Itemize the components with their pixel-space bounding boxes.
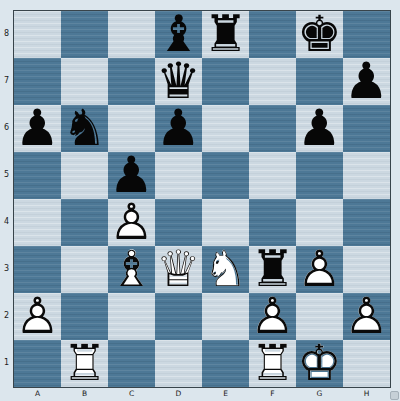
rank-label-3: 3 (1, 245, 12, 292)
square-f1[interactable]: ♜♖ (249, 340, 296, 387)
square-a6[interactable]: ♟ (14, 105, 61, 152)
white-pawn[interactable]: ♟♙ (14, 293, 61, 340)
square-h6[interactable] (343, 105, 390, 152)
white-bishop[interactable]: ♝♗ (108, 246, 155, 293)
square-c3[interactable]: ♝♗ (108, 246, 155, 293)
square-h1[interactable] (343, 340, 390, 387)
square-a4[interactable] (14, 199, 61, 246)
square-g8[interactable]: ♚ (296, 11, 343, 58)
black-pawn[interactable]: ♟ (14, 105, 61, 152)
square-a8[interactable] (14, 11, 61, 58)
square-e2[interactable] (202, 293, 249, 340)
piece-glyph: ♟ (15, 102, 60, 152)
resize-handle[interactable] (390, 391, 399, 400)
piece-glyph-outline: ♕ (156, 243, 201, 293)
square-e3[interactable]: ♞♘ (202, 246, 249, 293)
square-c1[interactable] (108, 340, 155, 387)
rank-label-7: 7 (1, 57, 12, 104)
square-d6[interactable]: ♟ (155, 105, 202, 152)
square-a5[interactable] (14, 152, 61, 199)
black-pawn[interactable]: ♟ (296, 105, 343, 152)
square-a1[interactable] (14, 340, 61, 387)
rank-label-1: 1 (1, 339, 12, 386)
square-c8[interactable] (108, 11, 155, 58)
file-label-b: B (61, 387, 108, 401)
piece-glyph-outline: ♗ (109, 243, 154, 293)
white-rook[interactable]: ♜♖ (61, 340, 108, 387)
chess-app-window: ♝♜♚♛♟♟♞♟♟♟♟♙♝♗♛♕♞♘♜♟♙♟♙♟♙♟♙♜♖♜♖♚♔ 876543… (0, 0, 400, 401)
black-pawn[interactable]: ♟ (155, 105, 202, 152)
piece-glyph-outline: ♖ (62, 337, 107, 387)
piece-glyph: ♞ (62, 102, 107, 152)
square-d2[interactable] (155, 293, 202, 340)
black-king[interactable]: ♚ (296, 11, 343, 58)
square-e5[interactable] (202, 152, 249, 199)
square-f6[interactable] (249, 105, 296, 152)
piece-glyph: ♟ (156, 102, 201, 152)
square-g3[interactable]: ♟♙ (296, 246, 343, 293)
piece-glyph: ♜ (203, 8, 248, 58)
white-king[interactable]: ♚♔ (296, 340, 343, 387)
piece-glyph: ♟ (344, 55, 389, 105)
black-rook[interactable]: ♜ (202, 11, 249, 58)
white-pawn[interactable]: ♟♙ (296, 246, 343, 293)
square-d1[interactable] (155, 340, 202, 387)
white-rook[interactable]: ♜♖ (249, 340, 296, 387)
rank-label-4: 4 (1, 198, 12, 245)
square-h2[interactable]: ♟♙ (343, 293, 390, 340)
piece-glyph-outline: ♖ (250, 337, 295, 387)
square-e6[interactable] (202, 105, 249, 152)
square-e7[interactable] (202, 58, 249, 105)
white-pawn[interactable]: ♟♙ (343, 293, 390, 340)
chess-board: ♝♜♚♛♟♟♞♟♟♟♟♙♝♗♛♕♞♘♜♟♙♟♙♟♙♟♙♜♖♜♖♚♔ (13, 10, 391, 388)
square-f8[interactable] (249, 11, 296, 58)
piece-glyph: ♚ (297, 8, 342, 58)
white-knight[interactable]: ♞♘ (202, 246, 249, 293)
square-e8[interactable]: ♜ (202, 11, 249, 58)
square-h7[interactable]: ♟ (343, 58, 390, 105)
white-queen[interactable]: ♛♕ (155, 246, 202, 293)
file-label-h: H (343, 387, 390, 401)
square-g1[interactable]: ♚♔ (296, 340, 343, 387)
file-label-f: F (249, 387, 296, 401)
square-b8[interactable] (61, 11, 108, 58)
square-a2[interactable]: ♟♙ (14, 293, 61, 340)
rank-label-8: 8 (1, 10, 12, 57)
square-d3[interactable]: ♛♕ (155, 246, 202, 293)
black-pawn[interactable]: ♟ (343, 58, 390, 105)
square-b4[interactable] (61, 199, 108, 246)
square-g6[interactable]: ♟ (296, 105, 343, 152)
square-d5[interactable] (155, 152, 202, 199)
square-g5[interactable] (296, 152, 343, 199)
file-label-d: D (155, 387, 202, 401)
file-label-c: C (108, 387, 155, 401)
square-c2[interactable] (108, 293, 155, 340)
piece-glyph-outline: ♙ (297, 243, 342, 293)
rank-label-6: 6 (1, 104, 12, 151)
file-label-e: E (202, 387, 249, 401)
piece-glyph-outline: ♙ (15, 290, 60, 340)
square-h4[interactable] (343, 199, 390, 246)
piece-glyph-outline: ♔ (297, 337, 342, 387)
square-b1[interactable]: ♜♖ (61, 340, 108, 387)
piece-glyph-outline: ♙ (344, 290, 389, 340)
square-b3[interactable] (61, 246, 108, 293)
piece-glyph-outline: ♘ (203, 243, 248, 293)
file-label-g: G (296, 387, 343, 401)
file-label-a: A (14, 387, 61, 401)
piece-glyph: ♟ (297, 102, 342, 152)
rank-label-2: 2 (1, 292, 12, 339)
square-c7[interactable] (108, 58, 155, 105)
square-f7[interactable] (249, 58, 296, 105)
square-h5[interactable] (343, 152, 390, 199)
square-b6[interactable]: ♞ (61, 105, 108, 152)
square-b5[interactable] (61, 152, 108, 199)
black-knight[interactable]: ♞ (61, 105, 108, 152)
rank-label-5: 5 (1, 151, 12, 198)
square-e1[interactable] (202, 340, 249, 387)
square-f5[interactable] (249, 152, 296, 199)
